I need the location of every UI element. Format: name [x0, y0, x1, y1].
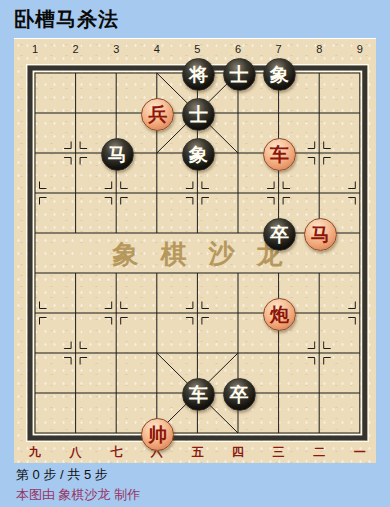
- file-label-top-3: 3: [105, 43, 127, 56]
- file-label-bottom-2: 八: [65, 445, 87, 460]
- piece-red-general: 帅: [141, 418, 174, 451]
- file-label-top-2: 2: [65, 43, 87, 56]
- piece-black-general: 将: [182, 58, 215, 91]
- file-label-top-1: 1: [24, 43, 46, 56]
- file-label-top-7: 7: [268, 43, 290, 56]
- piece-black-chariot: 车: [182, 378, 215, 411]
- piece-black-advisor: 士: [223, 58, 256, 91]
- page-title: 卧槽马杀法: [14, 6, 119, 33]
- file-label-bottom-7: 三: [268, 445, 290, 460]
- xiangqi-diagram: 卧槽马杀法 象棋沙龙 123456789 九八七六五四三二一 将士象兵士马象车卒…: [0, 0, 390, 507]
- file-label-top-9: 9: [349, 43, 371, 56]
- credit-text: 本图由 象棋沙龙 制作: [16, 486, 140, 504]
- file-label-bottom-9: 一: [349, 445, 371, 460]
- xiangqi-board: 象棋沙龙 123456789 九八七六五四三二一 将士象兵士马象车卒马炮车卒帅: [14, 38, 376, 463]
- piece-black-elephant: 象: [263, 58, 296, 91]
- move-step-status: 第 0 步 / 共 5 步: [16, 466, 108, 484]
- piece-black-advisor: 士: [182, 98, 215, 131]
- piece-black-elephant: 象: [182, 138, 215, 171]
- file-label-top-8: 8: [308, 43, 330, 56]
- file-label-bottom-5: 五: [186, 445, 208, 460]
- piece-red-chariot: 车: [263, 138, 296, 171]
- file-label-top-6: 6: [227, 43, 249, 56]
- file-label-bottom-8: 二: [308, 445, 330, 460]
- piece-red-cannon: 炮: [263, 298, 296, 331]
- file-label-bottom-1: 九: [24, 445, 46, 460]
- file-label-bottom-3: 七: [105, 445, 127, 460]
- file-label-top-4: 4: [146, 43, 168, 56]
- piece-black-horse: 马: [101, 138, 134, 171]
- piece-red-horse: 马: [304, 218, 337, 251]
- piece-black-pawn: 卒: [263, 218, 296, 251]
- file-label-top-5: 5: [186, 43, 208, 56]
- piece-black-pawn: 卒: [223, 378, 256, 411]
- file-label-bottom-6: 四: [227, 445, 249, 460]
- piece-red-pawn: 兵: [141, 98, 174, 131]
